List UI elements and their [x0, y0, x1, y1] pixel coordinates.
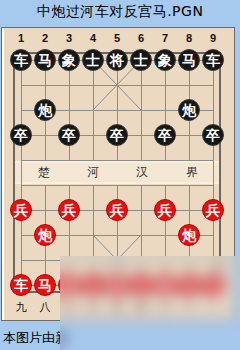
piece-black-general[interactable]: 将 [106, 49, 128, 71]
piece-black-elephant[interactable]: 象 [58, 49, 80, 71]
red-file-label-9: 九 [14, 300, 28, 315]
file-label-9: 9 [207, 32, 219, 44]
red-file-label-8: 八 [38, 300, 52, 315]
file-label-6: 6 [135, 32, 147, 44]
piece-red-cannon[interactable]: 炮 [178, 224, 200, 246]
piece-black-soldier[interactable]: 卒 [106, 124, 128, 146]
piece-red-soldier[interactable]: 兵 [58, 199, 80, 221]
piece-black-chariot[interactable]: 车 [10, 49, 32, 71]
file-label-1: 1 [15, 32, 27, 44]
blur-obscured-region [60, 256, 240, 350]
river-char-0: 楚 [36, 164, 52, 181]
piece-black-soldier[interactable]: 卒 [58, 124, 80, 146]
piece-black-soldier[interactable]: 卒 [202, 124, 224, 146]
piece-black-elephant[interactable]: 象 [154, 49, 176, 71]
file-label-7: 7 [159, 32, 171, 44]
piece-black-chariot[interactable]: 车 [202, 49, 224, 71]
piece-red-soldier[interactable]: 兵 [10, 199, 32, 221]
river-char-1: 河 [85, 164, 101, 181]
piece-red-cannon[interactable]: 炮 [34, 224, 56, 246]
piece-red-soldier[interactable]: 兵 [202, 199, 224, 221]
piece-red-chariot[interactable]: 车 [10, 274, 32, 296]
watermark-caption: 本图片由新 [3, 329, 68, 347]
river-char-3: 界 [184, 164, 200, 181]
file-label-2: 2 [39, 32, 51, 44]
piece-black-horse[interactable]: 马 [34, 49, 56, 71]
piece-black-soldier[interactable]: 卒 [154, 124, 176, 146]
piece-black-cannon[interactable]: 炮 [178, 99, 200, 121]
piece-black-soldier[interactable]: 卒 [10, 124, 32, 146]
piece-black-advisor[interactable]: 士 [82, 49, 104, 71]
file-label-3: 3 [63, 32, 75, 44]
file-label-5: 5 [111, 32, 123, 44]
piece-red-soldier[interactable]: 兵 [106, 199, 128, 221]
piece-red-horse[interactable]: 马 [34, 274, 56, 296]
piece-black-cannon[interactable]: 炮 [34, 99, 56, 121]
piece-red-soldier[interactable]: 兵 [154, 199, 176, 221]
piece-black-advisor[interactable]: 士 [130, 49, 152, 71]
file-label-8: 8 [183, 32, 195, 44]
piece-black-horse[interactable]: 马 [178, 49, 200, 71]
file-label-4: 4 [87, 32, 99, 44]
river-char-2: 汉 [134, 164, 150, 181]
